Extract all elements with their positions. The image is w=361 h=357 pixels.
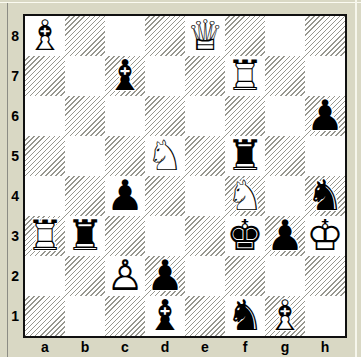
file-label-h: h bbox=[305, 338, 345, 356]
file-labels: abcdefgh bbox=[25, 338, 345, 356]
square-e7 bbox=[185, 56, 225, 96]
square-a3: ♜♖ bbox=[25, 216, 65, 256]
square-g2 bbox=[265, 256, 305, 296]
file-label-e: e bbox=[185, 338, 225, 356]
square-b2 bbox=[65, 256, 105, 296]
square-h5 bbox=[305, 136, 345, 176]
square-c2: ♟♙ bbox=[105, 256, 145, 296]
rank-label-7: 7 bbox=[0, 56, 19, 96]
square-g4 bbox=[265, 176, 305, 216]
rank-label-6: 6 bbox=[0, 96, 19, 136]
square-d2: ♟♟ bbox=[145, 256, 185, 296]
square-d8 bbox=[145, 16, 185, 56]
rank-label-2: 2 bbox=[0, 256, 19, 296]
white-rook-piece: ♖ bbox=[25, 216, 65, 256]
square-h2 bbox=[305, 256, 345, 296]
rank-label-1: 1 bbox=[0, 296, 19, 336]
black-pawn-piece: ♟ bbox=[265, 216, 305, 256]
square-b8 bbox=[65, 16, 105, 56]
white-rook-piece: ♖ bbox=[225, 56, 265, 96]
chess-board: ♝♗♛♕♝♝♜♖♟♟♞♘♜♜♟♟♞♘♞♞♜♖♜♜♚♚♟♟♚♔♟♙♟♟♝♝♞♞♝♗ bbox=[25, 16, 345, 336]
square-f7: ♜♖ bbox=[225, 56, 265, 96]
white-knight-piece: ♘ bbox=[225, 176, 265, 216]
square-d3 bbox=[145, 216, 185, 256]
square-e2 bbox=[185, 256, 225, 296]
top-bevel-line bbox=[0, 2, 361, 3]
square-c8 bbox=[105, 16, 145, 56]
square-e8: ♛♕ bbox=[185, 16, 225, 56]
square-g6 bbox=[265, 96, 305, 136]
square-b3: ♜♜ bbox=[65, 216, 105, 256]
white-queen-piece: ♕ bbox=[185, 16, 225, 56]
white-bishop-piece: ♗ bbox=[25, 16, 65, 56]
square-f4: ♞♘ bbox=[225, 176, 265, 216]
rank-label-3: 3 bbox=[0, 216, 19, 256]
square-a6 bbox=[25, 96, 65, 136]
square-c4: ♟♟ bbox=[105, 176, 145, 216]
square-d7 bbox=[145, 56, 185, 96]
rank-labels: 87654321 bbox=[0, 16, 19, 336]
black-knight-piece: ♞ bbox=[305, 176, 345, 216]
black-pawn-piece: ♟ bbox=[145, 256, 185, 296]
square-e5 bbox=[185, 136, 225, 176]
square-b1 bbox=[65, 296, 105, 336]
rank-label-5: 5 bbox=[0, 136, 19, 176]
square-a7 bbox=[25, 56, 65, 96]
rank-label-4: 4 bbox=[0, 176, 19, 216]
rank-label-8: 8 bbox=[0, 16, 19, 56]
file-label-f: f bbox=[225, 338, 265, 356]
square-d1: ♝♝ bbox=[145, 296, 185, 336]
square-e3 bbox=[185, 216, 225, 256]
square-a4 bbox=[25, 176, 65, 216]
black-pawn-piece: ♟ bbox=[105, 176, 145, 216]
square-f8 bbox=[225, 16, 265, 56]
square-h1 bbox=[305, 296, 345, 336]
white-pawn-piece: ♙ bbox=[105, 256, 145, 296]
square-g8 bbox=[265, 16, 305, 56]
file-label-d: d bbox=[145, 338, 185, 356]
file-label-g: g bbox=[265, 338, 305, 356]
square-a1 bbox=[25, 296, 65, 336]
square-c6 bbox=[105, 96, 145, 136]
black-knight-piece: ♞ bbox=[225, 296, 265, 336]
black-bishop-piece: ♝ bbox=[105, 56, 145, 96]
black-rook-piece: ♜ bbox=[225, 136, 265, 176]
square-d6 bbox=[145, 96, 185, 136]
square-h6: ♟♟ bbox=[305, 96, 345, 136]
square-f6 bbox=[225, 96, 265, 136]
white-knight-piece: ♘ bbox=[145, 136, 185, 176]
square-d4 bbox=[145, 176, 185, 216]
file-label-c: c bbox=[105, 338, 145, 356]
square-c7: ♝♝ bbox=[105, 56, 145, 96]
black-rook-piece: ♜ bbox=[65, 216, 105, 256]
square-e1 bbox=[185, 296, 225, 336]
square-h3: ♚♔ bbox=[305, 216, 345, 256]
square-a5 bbox=[25, 136, 65, 176]
square-h4: ♞♞ bbox=[305, 176, 345, 216]
square-a8: ♝♗ bbox=[25, 16, 65, 56]
square-g5 bbox=[265, 136, 305, 176]
square-a2 bbox=[25, 256, 65, 296]
square-e4 bbox=[185, 176, 225, 216]
square-e6 bbox=[185, 96, 225, 136]
white-bishop-piece: ♗ bbox=[265, 296, 305, 336]
square-h8 bbox=[305, 16, 345, 56]
square-c1 bbox=[105, 296, 145, 336]
square-d5: ♞♘ bbox=[145, 136, 185, 176]
square-b4 bbox=[65, 176, 105, 216]
square-c5 bbox=[105, 136, 145, 176]
chess-board-frame: ♝♗♛♕♝♝♜♖♟♟♞♘♜♜♟♟♞♘♞♞♜♖♜♜♚♚♟♟♚♔♟♙♟♟♝♝♞♞♝♗ bbox=[23, 14, 347, 338]
square-g1: ♝♗ bbox=[265, 296, 305, 336]
square-c3 bbox=[105, 216, 145, 256]
square-g7 bbox=[265, 56, 305, 96]
file-label-a: a bbox=[25, 338, 65, 356]
black-king-piece: ♚ bbox=[225, 216, 265, 256]
square-f2 bbox=[225, 256, 265, 296]
black-bishop-piece: ♝ bbox=[145, 296, 185, 336]
square-b6 bbox=[65, 96, 105, 136]
right-bevel-line bbox=[355, 0, 357, 357]
square-b7 bbox=[65, 56, 105, 96]
black-pawn-piece: ♟ bbox=[305, 96, 345, 136]
square-b5 bbox=[65, 136, 105, 176]
square-h7 bbox=[305, 56, 345, 96]
square-f3: ♚♚ bbox=[225, 216, 265, 256]
chess-diagram: 87654321 ♝♗♛♕♝♝♜♖♟♟♞♘♜♜♟♟♞♘♞♞♜♖♜♜♚♚♟♟♚♔♟… bbox=[0, 0, 361, 357]
square-g3: ♟♟ bbox=[265, 216, 305, 256]
file-label-b: b bbox=[65, 338, 105, 356]
square-f5: ♜♜ bbox=[225, 136, 265, 176]
square-f1: ♞♞ bbox=[225, 296, 265, 336]
white-king-piece: ♔ bbox=[305, 216, 345, 256]
